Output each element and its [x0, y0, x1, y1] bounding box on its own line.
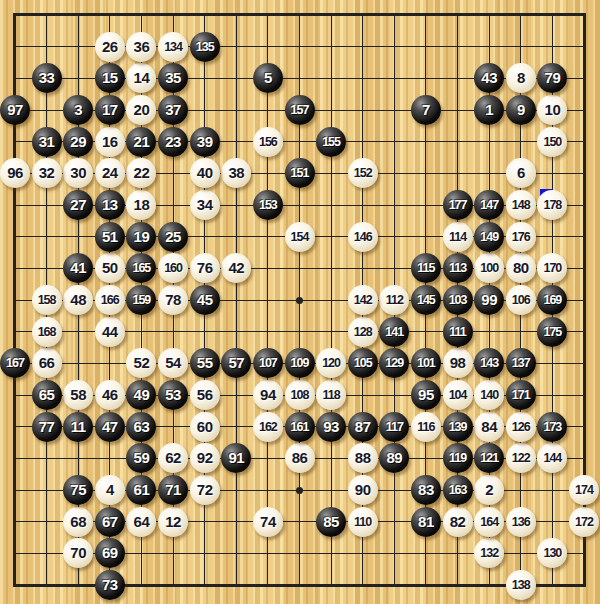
stone-move-number: 169 — [543, 285, 561, 315]
stone-white-116[interactable]: 116 — [411, 412, 441, 442]
stone-move-number: 166 — [101, 285, 119, 315]
stone-black-53[interactable]: 53 — [158, 380, 188, 410]
stone-white-140[interactable]: 140 — [474, 380, 504, 410]
stone-white-50[interactable]: 50 — [95, 253, 125, 283]
stone-black-173[interactable]: 173 — [537, 412, 567, 442]
stone-black-137[interactable]: 137 — [506, 348, 536, 378]
stone-white-68[interactable]: 68 — [63, 507, 93, 537]
star-point — [296, 487, 303, 494]
stone-move-number: 79 — [545, 63, 561, 93]
stone-white-148[interactable]: 148 — [506, 190, 536, 220]
stone-white-126[interactable]: 126 — [506, 412, 536, 442]
stone-black-25[interactable]: 25 — [158, 222, 188, 252]
stone-move-number: 164 — [480, 507, 498, 537]
stone-move-number: 101 — [417, 348, 435, 378]
stone-black-135[interactable]: 135 — [190, 32, 220, 62]
stone-white-40[interactable]: 40 — [190, 158, 220, 188]
stone-move-number: 50 — [102, 253, 118, 283]
stone-white-136[interactable]: 136 — [506, 507, 536, 537]
stone-black-21[interactable]: 21 — [126, 127, 156, 157]
stone-black-171[interactable]: 171 — [506, 380, 536, 410]
stone-move-number: 31 — [39, 127, 55, 157]
stone-move-number: 54 — [165, 348, 181, 378]
stone-move-number: 84 — [481, 412, 497, 442]
stone-move-number: 12 — [165, 507, 181, 537]
stone-black-111[interactable]: 111 — [443, 317, 473, 347]
stone-move-number: 17 — [102, 95, 118, 125]
stone-black-139[interactable]: 139 — [443, 412, 473, 442]
stone-white-128[interactable]: 128 — [348, 317, 378, 347]
stone-move-number: 150 — [543, 127, 561, 157]
stone-move-number: 173 — [543, 412, 561, 442]
stone-black-13[interactable]: 13 — [95, 190, 125, 220]
stone-black-93[interactable]: 93 — [316, 412, 346, 442]
stone-white-154[interactable]: 154 — [285, 222, 315, 252]
stone-move-number: 65 — [39, 380, 55, 410]
stone-white-2[interactable]: 2 — [474, 475, 504, 505]
go-board[interactable]: 1234567891011121314151617181920212223242… — [0, 0, 600, 604]
stone-move-number: 56 — [197, 380, 213, 410]
stone-white-176[interactable]: 176 — [506, 222, 536, 252]
stone-move-number: 71 — [165, 475, 181, 505]
stone-black-67[interactable]: 67 — [95, 507, 125, 537]
stone-black-101[interactable]: 101 — [411, 348, 441, 378]
stone-move-number: 48 — [70, 285, 86, 315]
stone-move-number: 154 — [291, 222, 309, 252]
stone-black-29[interactable]: 29 — [63, 127, 93, 157]
stone-move-number: 117 — [386, 412, 403, 442]
stone-move-number: 89 — [386, 443, 402, 473]
stone-move-number: 172 — [575, 507, 593, 537]
stone-move-number: 120 — [322, 348, 340, 378]
stone-move-number: 18 — [134, 190, 150, 220]
stone-move-number: 82 — [450, 507, 466, 537]
stone-white-150[interactable]: 150 — [537, 127, 567, 157]
stone-black-175[interactable]: 175 — [537, 317, 567, 347]
stone-white-64[interactable]: 64 — [126, 507, 156, 537]
stone-white-58[interactable]: 58 — [63, 380, 93, 410]
stone-white-158[interactable]: 158 — [32, 285, 62, 315]
stone-move-number: 161 — [291, 412, 309, 442]
stone-white-6[interactable]: 6 — [506, 158, 536, 188]
stone-black-65[interactable]: 65 — [32, 380, 62, 410]
stone-move-number: 23 — [165, 127, 181, 157]
stone-move-number: 155 — [322, 127, 340, 157]
stone-black-75[interactable]: 75 — [63, 475, 93, 505]
stone-white-88[interactable]: 88 — [348, 443, 378, 473]
stone-move-number: 2 — [485, 475, 493, 505]
stone-move-number: 107 — [259, 348, 277, 378]
stone-black-1[interactable]: 1 — [474, 95, 504, 125]
stone-black-3[interactable]: 3 — [63, 95, 93, 125]
stone-move-number: 135 — [196, 32, 214, 62]
stone-move-number: 24 — [102, 158, 118, 188]
stone-move-number: 32 — [39, 158, 55, 188]
stone-move-number: 72 — [197, 475, 213, 505]
stone-move-number: 73 — [102, 570, 118, 600]
stone-black-17[interactable]: 17 — [95, 95, 125, 125]
stone-move-number: 163 — [449, 475, 467, 505]
stone-black-153[interactable]: 153 — [253, 190, 283, 220]
stone-move-number: 74 — [260, 507, 276, 537]
stone-white-84[interactable]: 84 — [474, 412, 504, 442]
stone-black-99[interactable]: 99 — [474, 285, 504, 315]
stone-black-145[interactable]: 145 — [411, 285, 441, 315]
stone-move-number: 142 — [354, 285, 372, 315]
stone-white-60[interactable]: 60 — [190, 412, 220, 442]
stone-move-number: 88 — [355, 443, 371, 473]
stone-move-number: 85 — [323, 507, 339, 537]
stone-black-161[interactable]: 161 — [285, 412, 315, 442]
stone-white-142[interactable]: 142 — [348, 285, 378, 315]
stone-move-number: 104 — [449, 380, 467, 410]
stone-move-number: 83 — [418, 475, 434, 505]
stone-black-163[interactable]: 163 — [443, 475, 473, 505]
stone-move-number: 99 — [481, 285, 497, 315]
stone-white-32[interactable]: 32 — [32, 158, 62, 188]
stone-white-86[interactable]: 86 — [285, 443, 315, 473]
stone-move-number: 29 — [70, 127, 86, 157]
stone-move-number: 25 — [165, 222, 181, 252]
stone-white-114[interactable]: 114 — [443, 222, 473, 252]
stone-black-177[interactable]: 177 — [443, 190, 473, 220]
stone-black-77[interactable]: 77 — [32, 412, 62, 442]
stone-move-number: 116 — [417, 412, 434, 442]
stone-white-104[interactable]: 104 — [443, 380, 473, 410]
stone-move-number: 59 — [134, 443, 150, 473]
stone-white-26[interactable]: 26 — [95, 32, 125, 62]
stone-black-33[interactable]: 33 — [32, 63, 62, 93]
stone-move-number: 160 — [164, 253, 182, 283]
stone-move-number: 44 — [102, 317, 118, 347]
stone-move-number: 15 — [102, 63, 118, 93]
stone-move-number: 134 — [164, 32, 182, 62]
stone-move-number: 132 — [480, 538, 498, 568]
stone-white-108[interactable]: 108 — [285, 380, 315, 410]
stone-move-number: 108 — [291, 380, 309, 410]
stone-white-168[interactable]: 168 — [32, 317, 62, 347]
stone-move-number: 165 — [132, 253, 150, 283]
stone-white-98[interactable]: 98 — [443, 348, 473, 378]
stone-move-number: 7 — [422, 95, 430, 125]
stone-white-164[interactable]: 164 — [474, 507, 504, 537]
stone-move-number: 19 — [134, 222, 150, 252]
stone-move-number: 49 — [134, 380, 150, 410]
stone-move-number: 113 — [449, 253, 466, 283]
stone-white-12[interactable]: 12 — [158, 507, 188, 537]
stone-black-7[interactable]: 7 — [411, 95, 441, 125]
stone-white-152[interactable]: 152 — [348, 158, 378, 188]
stone-white-56[interactable]: 56 — [190, 380, 220, 410]
stone-move-number: 10 — [545, 95, 561, 125]
stone-move-number: 43 — [481, 63, 497, 93]
stone-black-39[interactable]: 39 — [190, 127, 220, 157]
stone-black-115[interactable]: 115 — [411, 253, 441, 283]
stone-move-number: 119 — [449, 443, 466, 473]
stone-move-number: 178 — [543, 190, 561, 220]
stone-move-number: 111 — [449, 317, 465, 347]
stone-move-number: 145 — [417, 285, 435, 315]
star-point — [296, 297, 303, 304]
stone-black-23[interactable]: 23 — [158, 127, 188, 157]
stone-white-134[interactable]: 134 — [158, 32, 188, 62]
stone-black-151[interactable]: 151 — [285, 158, 315, 188]
stone-move-number: 58 — [70, 380, 86, 410]
stone-black-5[interactable]: 5 — [253, 63, 283, 93]
stone-move-number: 53 — [165, 380, 181, 410]
stone-move-number: 177 — [449, 190, 467, 220]
stone-move-number: 153 — [259, 190, 277, 220]
stone-black-69[interactable]: 69 — [95, 538, 125, 568]
stone-move-number: 61 — [134, 475, 150, 505]
stone-white-92[interactable]: 92 — [190, 443, 220, 473]
stone-move-number: 126 — [512, 412, 530, 442]
stone-white-80[interactable]: 80 — [506, 253, 536, 283]
stone-black-105[interactable]: 105 — [348, 348, 378, 378]
stone-white-82[interactable]: 82 — [443, 507, 473, 537]
stone-white-110[interactable]: 110 — [348, 507, 378, 537]
stone-move-number: 175 — [543, 317, 561, 347]
stone-move-number: 21 — [134, 127, 150, 157]
stone-black-97[interactable]: 97 — [0, 95, 30, 125]
stone-move-number: 36 — [134, 32, 150, 62]
stone-move-number: 143 — [480, 348, 498, 378]
stone-move-number: 152 — [354, 158, 372, 188]
stone-black-55[interactable]: 55 — [190, 348, 220, 378]
stone-move-number: 57 — [228, 348, 244, 378]
stone-move-number: 62 — [165, 443, 181, 473]
stone-move-number: 6 — [517, 158, 525, 188]
stone-move-number: 147 — [480, 190, 498, 220]
stone-move-number: 140 — [480, 380, 498, 410]
stone-black-31[interactable]: 31 — [32, 127, 62, 157]
stone-move-number: 76 — [197, 253, 213, 283]
stone-white-156[interactable]: 156 — [253, 127, 283, 157]
stone-move-number: 90 — [355, 475, 371, 505]
stone-white-74[interactable]: 74 — [253, 507, 283, 537]
stone-black-37[interactable]: 37 — [158, 95, 188, 125]
stone-move-number: 95 — [418, 380, 434, 410]
stone-white-66[interactable]: 66 — [32, 348, 62, 378]
stone-move-number: 87 — [355, 412, 371, 442]
stone-black-19[interactable]: 19 — [126, 222, 156, 252]
stone-white-24[interactable]: 24 — [95, 158, 125, 188]
stone-black-63[interactable]: 63 — [126, 412, 156, 442]
stone-move-number: 37 — [165, 95, 181, 125]
stone-move-number: 14 — [134, 63, 150, 93]
stone-move-number: 106 — [512, 285, 530, 315]
stone-move-number: 34 — [197, 190, 213, 220]
stone-move-number: 171 — [512, 380, 530, 410]
stone-move-number: 38 — [228, 158, 244, 188]
stone-move-number: 86 — [292, 443, 308, 473]
stone-move-number: 20 — [134, 95, 150, 125]
stone-black-87[interactable]: 87 — [348, 412, 378, 442]
stone-white-36[interactable]: 36 — [126, 32, 156, 62]
stone-black-9[interactable]: 9 — [506, 95, 536, 125]
stone-white-76[interactable]: 76 — [190, 253, 220, 283]
stone-move-number: 16 — [102, 127, 118, 157]
stone-move-number: 144 — [543, 443, 561, 473]
stone-white-106[interactable]: 106 — [506, 285, 536, 315]
stone-move-number: 3 — [74, 95, 82, 125]
stone-move-number: 40 — [197, 158, 213, 188]
stone-black-113[interactable]: 113 — [443, 253, 473, 283]
stone-move-number: 11 — [71, 412, 86, 442]
stone-move-number: 13 — [102, 190, 118, 220]
stone-black-15[interactable]: 15 — [95, 63, 125, 93]
stone-move-number: 30 — [70, 158, 86, 188]
stone-move-number: 60 — [197, 412, 213, 442]
stone-white-162[interactable]: 162 — [253, 412, 283, 442]
stone-black-11[interactable]: 11 — [63, 412, 93, 442]
stone-move-number: 63 — [134, 412, 150, 442]
stone-move-number: 137 — [512, 348, 530, 378]
stone-move-number: 96 — [7, 158, 23, 188]
stone-move-number: 139 — [449, 412, 467, 442]
stone-move-number: 170 — [543, 253, 561, 283]
stone-move-number: 66 — [39, 348, 55, 378]
stone-move-number: 103 — [449, 285, 467, 315]
stone-white-118[interactable]: 118 — [316, 380, 346, 410]
stone-move-number: 176 — [512, 222, 530, 252]
stone-move-number: 81 — [418, 507, 434, 537]
stone-white-146[interactable]: 146 — [348, 222, 378, 252]
stone-move-number: 46 — [102, 380, 118, 410]
stone-move-number: 80 — [513, 253, 529, 283]
stone-black-95[interactable]: 95 — [411, 380, 441, 410]
stone-white-166[interactable]: 166 — [95, 285, 125, 315]
stone-white-78[interactable]: 78 — [158, 285, 188, 315]
stone-move-number: 109 — [291, 348, 309, 378]
stone-white-46[interactable]: 46 — [95, 380, 125, 410]
stone-move-number: 118 — [323, 380, 340, 410]
stone-move-number: 47 — [102, 412, 118, 442]
stone-move-number: 122 — [512, 443, 530, 473]
stone-black-107[interactable]: 107 — [253, 348, 283, 378]
stone-move-number: 174 — [575, 475, 593, 505]
stone-white-34[interactable]: 34 — [190, 190, 220, 220]
stone-move-number: 141 — [385, 317, 403, 347]
stone-white-8[interactable]: 8 — [506, 63, 536, 93]
stone-move-number: 128 — [354, 317, 372, 347]
stone-black-109[interactable]: 109 — [285, 348, 315, 378]
grid-line-vertical — [331, 15, 332, 585]
stone-black-117[interactable]: 117 — [379, 412, 409, 442]
stone-black-83[interactable]: 83 — [411, 475, 441, 505]
stone-move-number: 1 — [485, 95, 493, 125]
stone-move-number: 162 — [259, 412, 277, 442]
stone-move-number: 69 — [102, 538, 118, 568]
stone-black-141[interactable]: 141 — [379, 317, 409, 347]
stone-white-94[interactable]: 94 — [253, 380, 283, 410]
stone-black-149[interactable]: 149 — [474, 222, 504, 252]
stone-move-number: 114 — [449, 222, 466, 252]
stone-white-90[interactable]: 90 — [348, 475, 378, 505]
stone-black-47[interactable]: 47 — [95, 412, 125, 442]
stone-white-72[interactable]: 72 — [190, 475, 220, 505]
stone-move-number: 105 — [354, 348, 372, 378]
stone-black-155[interactable]: 155 — [316, 127, 346, 157]
stone-move-number: 148 — [512, 190, 530, 220]
stone-move-number: 100 — [480, 253, 498, 283]
stone-move-number: 70 — [70, 538, 86, 568]
stone-white-44[interactable]: 44 — [95, 317, 125, 347]
stone-white-138[interactable]: 138 — [506, 570, 536, 600]
stone-white-16[interactable]: 16 — [95, 127, 125, 157]
stone-move-number: 9 — [517, 95, 525, 125]
stone-move-number: 35 — [165, 63, 181, 93]
stone-white-48[interactable]: 48 — [63, 285, 93, 315]
stone-move-number: 55 — [197, 348, 213, 378]
stone-white-4[interactable]: 4 — [95, 475, 125, 505]
stone-move-number: 67 — [102, 507, 118, 537]
stone-black-103[interactable]: 103 — [443, 285, 473, 315]
stone-move-number: 91 — [228, 443, 244, 473]
stone-black-119[interactable]: 119 — [443, 443, 473, 473]
stone-move-number: 39 — [197, 127, 213, 157]
stone-move-number: 158 — [38, 285, 56, 315]
stone-move-number: 115 — [417, 253, 434, 283]
stone-white-172[interactable]: 172 — [569, 507, 599, 537]
stone-black-73[interactable]: 73 — [95, 570, 125, 600]
stone-move-number: 136 — [512, 507, 530, 537]
stone-move-number: 4 — [106, 475, 114, 505]
stone-white-174[interactable]: 174 — [569, 475, 599, 505]
stone-move-number: 159 — [132, 285, 150, 315]
stone-move-number: 27 — [70, 190, 86, 220]
stone-move-number: 98 — [450, 348, 466, 378]
stone-white-122[interactable]: 122 — [506, 443, 536, 473]
stone-move-number: 75 — [70, 475, 86, 505]
stone-black-81[interactable]: 81 — [411, 507, 441, 537]
stone-move-number: 41 — [70, 253, 86, 283]
stone-move-number: 64 — [134, 507, 150, 537]
stone-black-51[interactable]: 51 — [95, 222, 125, 252]
stone-move-number: 168 — [38, 317, 56, 347]
stone-black-147[interactable]: 147 — [474, 190, 504, 220]
stone-move-number: 78 — [165, 285, 181, 315]
stone-black-85[interactable]: 85 — [316, 507, 346, 537]
stone-move-number: 129 — [385, 348, 403, 378]
stone-move-number: 68 — [70, 507, 86, 537]
stone-move-number: 45 — [197, 285, 213, 315]
stone-move-number: 130 — [543, 538, 561, 568]
stone-black-27[interactable]: 27 — [63, 190, 93, 220]
stone-move-number: 5 — [264, 63, 272, 93]
stone-black-157[interactable]: 157 — [285, 95, 315, 125]
stone-move-number: 51 — [102, 222, 118, 252]
stone-move-number: 42 — [228, 253, 244, 283]
stone-black-45[interactable]: 45 — [190, 285, 220, 315]
stone-move-number: 138 — [512, 570, 530, 600]
stone-move-number: 93 — [323, 412, 339, 442]
stone-move-number: 157 — [291, 95, 309, 125]
stone-move-number: 33 — [39, 63, 55, 93]
stone-move-number: 151 — [291, 158, 309, 188]
stone-move-number: 149 — [480, 222, 498, 252]
stone-move-number: 167 — [6, 348, 24, 378]
stone-move-number: 52 — [134, 348, 150, 378]
stone-move-number: 121 — [480, 443, 498, 473]
stone-move-number: 110 — [354, 507, 371, 537]
stone-move-number: 146 — [354, 222, 372, 252]
stone-move-number: 26 — [102, 32, 118, 62]
stone-move-number: 22 — [134, 158, 150, 188]
stone-black-71[interactable]: 71 — [158, 475, 188, 505]
stone-move-number: 97 — [7, 95, 23, 125]
stone-move-number: 92 — [197, 443, 213, 473]
